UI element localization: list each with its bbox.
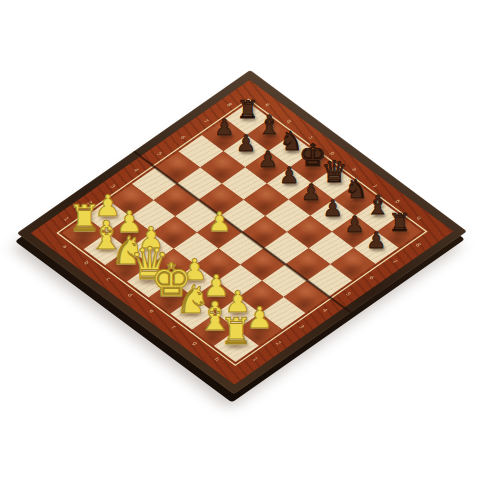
- black-pawn-a7[interactable]: ♟: [214, 116, 234, 138]
- black-bishop-g8[interactable]: ♝: [366, 192, 390, 219]
- black-rook-h8[interactable]: ♜: [388, 210, 410, 235]
- black-pawn-g7[interactable]: ♟: [344, 213, 364, 235]
- black-rook-a8[interactable]: ♜: [237, 98, 259, 123]
- black-bishop-b8[interactable]: ♝: [257, 112, 281, 139]
- black-pawn-b7[interactable]: ♟: [236, 132, 256, 154]
- black-pawn-h7[interactable]: ♟: [366, 229, 386, 251]
- black-pawn-c7[interactable]: ♟: [258, 148, 278, 170]
- black-pawn-d7[interactable]: ♟: [279, 164, 299, 186]
- white-pawn-d4[interactable]: ♟: [207, 209, 231, 236]
- black-knight-f8[interactable]: ♞: [344, 177, 367, 203]
- black-pawn-f7[interactable]: ♟: [323, 196, 343, 218]
- black-pawn-e7[interactable]: ♟: [301, 180, 321, 202]
- product-photo: aa88bb77cc66dd55ee44ff33gg22hh11 ♜♝♞♚♛♞♝…: [0, 0, 499, 500]
- white-rook-h1[interactable]: ♜: [220, 314, 253, 351]
